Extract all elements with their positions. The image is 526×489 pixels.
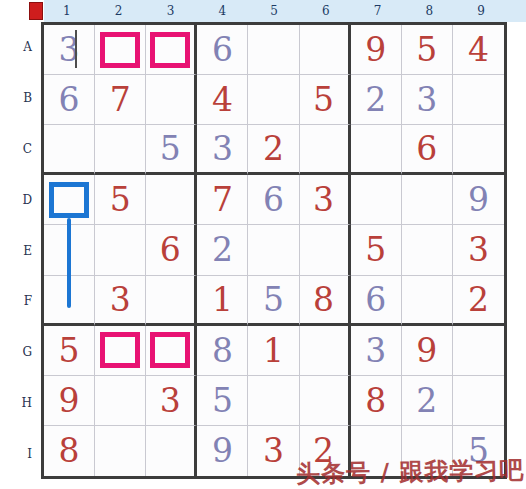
cell-E6[interactable] — [300, 225, 351, 275]
cell-I5[interactable]: 3 — [248, 426, 299, 476]
cell-E4[interactable]: 2 — [197, 225, 248, 275]
digit-B4: 4 — [212, 83, 233, 116]
cell-I4[interactable]: 9 — [197, 426, 248, 476]
cell-G4[interactable]: 8 — [197, 326, 248, 376]
cell-B1[interactable]: 6 — [44, 75, 95, 125]
column-labels: 123456789 — [41, 0, 507, 22]
watermark-text: 头条号 / 跟我学习吧 — [295, 454, 524, 489]
digit-F5: 5 — [263, 283, 284, 316]
cell-A7[interactable]: 9 — [351, 25, 402, 75]
cell-G7[interactable]: 3 — [351, 326, 402, 376]
digit-E4: 2 — [212, 233, 233, 266]
cell-B5[interactable] — [248, 75, 299, 125]
row-label-A: A — [0, 22, 41, 73]
cell-G1[interactable]: 5 — [44, 326, 95, 376]
cell-A1[interactable]: 3 — [44, 25, 95, 75]
digit-C5: 2 — [263, 132, 284, 165]
cell-B7[interactable]: 2 — [351, 75, 402, 125]
cell-E5[interactable] — [248, 225, 299, 275]
cell-F8[interactable] — [402, 276, 453, 326]
column-label-3: 3 — [145, 0, 197, 22]
digit-F6: 8 — [313, 283, 334, 316]
digit-D6: 3 — [313, 183, 334, 216]
row-label-E: E — [0, 225, 41, 276]
row-label-I: I — [0, 428, 41, 479]
cell-E2[interactable] — [95, 225, 146, 275]
row-label-F: F — [0, 276, 41, 327]
cell-I1[interactable]: 8 — [44, 426, 95, 476]
row-label-B: B — [0, 73, 41, 124]
cell-C6[interactable] — [300, 125, 351, 175]
digit-D9: 9 — [468, 183, 489, 216]
row-labels: ABCDEFGHI — [0, 22, 41, 479]
cell-B6[interactable]: 5 — [300, 75, 351, 125]
cell-B9[interactable] — [453, 75, 504, 125]
cell-I3[interactable] — [146, 426, 197, 476]
cell-C9[interactable] — [453, 125, 504, 175]
cell-H1[interactable]: 9 — [44, 376, 95, 426]
digit-B2: 7 — [110, 83, 131, 116]
cell-A4[interactable]: 6 — [197, 25, 248, 75]
row-label-H: H — [0, 377, 41, 428]
digit-H8: 2 — [416, 384, 437, 417]
cell-F3[interactable] — [146, 276, 197, 326]
digit-H3: 3 — [160, 384, 181, 417]
digit-F2: 3 — [110, 283, 131, 316]
cell-A5[interactable] — [248, 25, 299, 75]
digit-A4: 6 — [212, 33, 233, 66]
digit-F4: 1 — [212, 283, 233, 316]
digit-D4: 7 — [212, 183, 233, 216]
cell-C4[interactable]: 3 — [197, 125, 248, 175]
pink-highlight-box — [150, 32, 190, 68]
digit-G7: 3 — [365, 334, 386, 367]
cell-H6[interactable] — [300, 376, 351, 426]
digit-G4: 8 — [212, 334, 233, 367]
digit-B7: 2 — [365, 83, 386, 116]
row-label-D: D — [0, 174, 41, 225]
cell-H2[interactable] — [95, 376, 146, 426]
cell-G9[interactable] — [453, 326, 504, 376]
cell-D5[interactable]: 6 — [248, 175, 299, 225]
digit-A9: 4 — [468, 33, 489, 66]
column-label-8: 8 — [403, 0, 455, 22]
digit-D5: 6 — [263, 183, 284, 216]
column-label-2: 2 — [93, 0, 145, 22]
column-label-4: 4 — [196, 0, 248, 22]
digit-I1: 8 — [59, 434, 80, 467]
digit-F7: 6 — [365, 283, 386, 316]
sudoku-app-window: 123456789 ABCDEFGHI 36954674523532657639… — [0, 0, 526, 489]
cell-A9[interactable]: 4 — [453, 25, 504, 75]
cell-E3[interactable]: 6 — [146, 225, 197, 275]
cell-D8[interactable] — [402, 175, 453, 225]
cell-F5[interactable]: 5 — [248, 276, 299, 326]
cell-H8[interactable]: 2 — [402, 376, 453, 426]
cell-F4[interactable]: 1 — [197, 276, 248, 326]
cell-D6[interactable]: 3 — [300, 175, 351, 225]
digit-A7: 9 — [365, 33, 386, 66]
column-label-9: 9 — [455, 0, 507, 22]
cell-A3[interactable] — [146, 25, 197, 75]
digit-I4: 9 — [212, 434, 233, 467]
cell-C5[interactable]: 2 — [248, 125, 299, 175]
cell-D9[interactable]: 9 — [453, 175, 504, 225]
row-label-C: C — [0, 124, 41, 175]
blue-pointer-line — [67, 218, 71, 308]
cell-E7[interactable]: 5 — [351, 225, 402, 275]
cell-H3[interactable]: 3 — [146, 376, 197, 426]
cell-C8[interactable]: 6 — [402, 125, 453, 175]
cell-A6[interactable] — [300, 25, 351, 75]
cell-D2[interactable]: 5 — [95, 175, 146, 225]
cell-B4[interactable]: 4 — [197, 75, 248, 125]
digit-E7: 5 — [365, 233, 386, 266]
pink-highlight-box — [150, 332, 190, 368]
cell-B8[interactable]: 3 — [402, 75, 453, 125]
cell-D7[interactable] — [351, 175, 402, 225]
cell-G8[interactable]: 9 — [402, 326, 453, 376]
row-label-G: G — [0, 327, 41, 378]
cell-G3[interactable] — [146, 326, 197, 376]
digit-H7: 8 — [365, 384, 386, 417]
cell-H7[interactable]: 8 — [351, 376, 402, 426]
cell-F2[interactable]: 3 — [95, 276, 146, 326]
text-cursor — [75, 30, 77, 68]
blue-highlight-box — [49, 182, 89, 218]
pink-highlight-box — [100, 32, 140, 68]
cell-C2[interactable] — [95, 125, 146, 175]
digit-G1: 5 — [59, 334, 80, 367]
cell-D1[interactable] — [44, 175, 95, 225]
cell-G5[interactable]: 1 — [248, 326, 299, 376]
cell-F7[interactable]: 6 — [351, 276, 402, 326]
digit-C8: 6 — [416, 132, 437, 165]
digit-C4: 3 — [212, 132, 233, 165]
column-label-1: 1 — [41, 0, 93, 22]
digit-A8: 5 — [416, 33, 437, 66]
cell-A2[interactable] — [95, 25, 146, 75]
cell-F6[interactable]: 8 — [300, 276, 351, 326]
cell-C7[interactable] — [351, 125, 402, 175]
cell-B3[interactable] — [146, 75, 197, 125]
cell-H9[interactable] — [453, 376, 504, 426]
digit-E3: 6 — [160, 233, 181, 266]
digit-G5: 1 — [263, 334, 284, 367]
digit-I5: 3 — [263, 434, 284, 467]
digit-B1: 6 — [59, 83, 80, 116]
digit-B6: 5 — [313, 83, 334, 116]
column-label-5: 5 — [248, 0, 300, 22]
cell-D4[interactable]: 7 — [197, 175, 248, 225]
pink-highlight-box — [100, 332, 140, 368]
cell-F9[interactable]: 2 — [453, 276, 504, 326]
cell-E9[interactable]: 3 — [453, 225, 504, 275]
cell-I2[interactable] — [95, 426, 146, 476]
digit-C3: 5 — [160, 132, 181, 165]
digit-F9: 2 — [468, 283, 489, 316]
sudoku-board: 3695467452353265763962533158625813993582… — [41, 22, 507, 479]
column-label-6: 6 — [300, 0, 352, 22]
cell-H4[interactable]: 5 — [197, 376, 248, 426]
cell-G6[interactable] — [300, 326, 351, 376]
digit-E9: 3 — [468, 233, 489, 266]
cell-H5[interactable] — [248, 376, 299, 426]
cell-D3[interactable] — [146, 175, 197, 225]
digit-G8: 9 — [416, 334, 437, 367]
digit-B8: 3 — [416, 83, 437, 116]
cell-G2[interactable] — [95, 326, 146, 376]
cell-C1[interactable] — [44, 125, 95, 175]
cell-B2[interactable]: 7 — [95, 75, 146, 125]
column-label-7: 7 — [352, 0, 404, 22]
cell-A8[interactable]: 5 — [402, 25, 453, 75]
cell-E8[interactable] — [402, 225, 453, 275]
digit-H4: 5 — [212, 384, 233, 417]
cell-C3[interactable]: 5 — [146, 125, 197, 175]
digit-D2: 5 — [110, 183, 131, 216]
digit-H1: 9 — [59, 384, 80, 417]
